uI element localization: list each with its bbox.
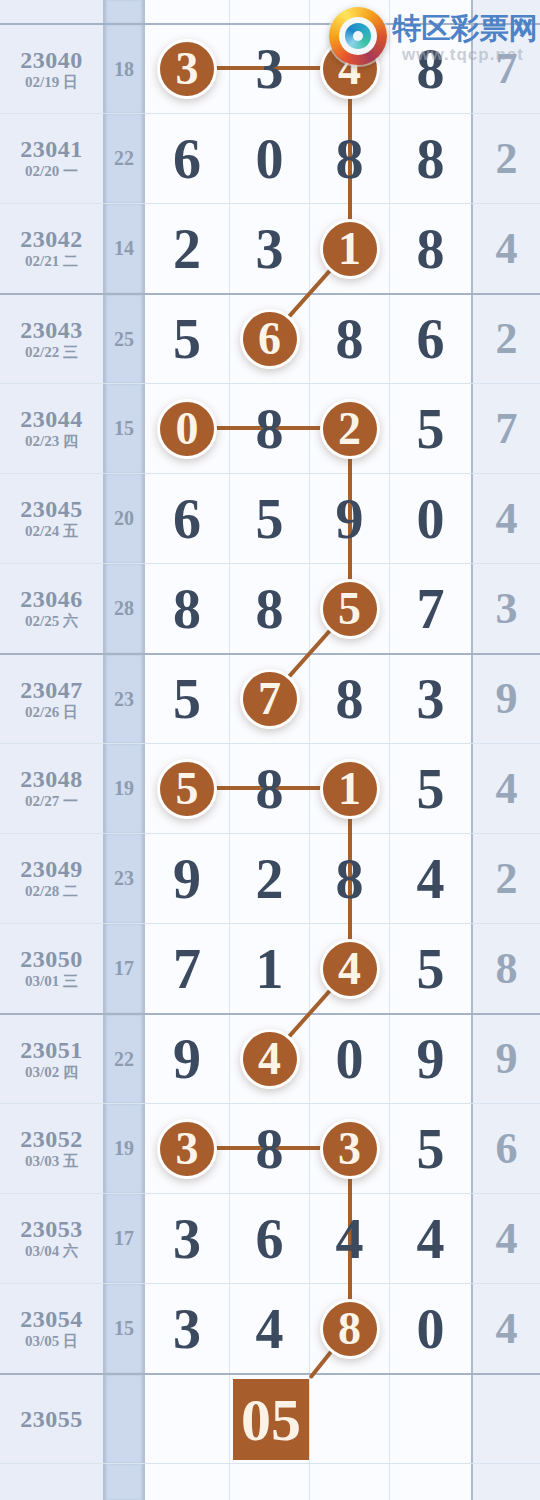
circled-digit: 4 [338,946,361,992]
sum-cell: 17 [105,924,145,1013]
chart-row-23055: 2305505 [0,1373,540,1463]
issue-number: 23049 [20,857,83,882]
sum-cell: 22 [105,1015,145,1103]
issue-number: 23043 [20,318,83,343]
issue-number: 23045 [20,497,83,522]
trend-digit-cell: 3 [145,1284,230,1373]
issue-cell [0,1464,105,1500]
trend-circle: 3 [157,1119,217,1179]
next-pick-box: 05 [233,1379,309,1460]
digit: 0 [256,131,284,187]
chart-row-23041: 2304102/20 一2260882 [0,113,540,203]
digit: 9 [336,491,364,547]
issue-number: 23041 [20,137,83,162]
issue-cell: 2304302/22 三 [0,295,105,383]
digit: 9 [173,851,201,907]
circled-digit: 4 [258,1036,281,1082]
issue-cell: 2304702/26 日 [0,655,105,743]
digit: 0 [336,1031,364,1087]
tail-cell [473,1375,540,1463]
chart-row-23051: 2305103/02 四2294099 [0,1013,540,1103]
tail-digit: 4 [496,227,518,271]
tail-cell: 4 [473,204,540,293]
sum-value: 14 [114,237,134,260]
circled-digit: 6 [258,316,281,362]
trend-digit-cell [390,1464,473,1500]
digit: 8 [256,1121,284,1177]
sum-value: 20 [114,507,134,530]
sum-cell: 14 [105,204,145,293]
draw-date: 02/22 三 [25,344,78,361]
digit: 8 [417,221,445,277]
draw-date: 02/25 六 [25,613,78,630]
trend-digit-cell: 9 [390,1015,473,1103]
trend-digit-cell [310,1464,390,1500]
issue-cell: 2304902/28 二 [0,834,105,923]
issue-number: 23055 [20,1407,83,1432]
digit: 8 [336,311,364,367]
site-watermark: www.tqcp.net [388,45,538,65]
digit: 8 [336,851,364,907]
trend-digit-cell [145,0,230,23]
issue-cell: 2305303/04 六 [0,1194,105,1283]
draw-date: 02/24 五 [25,523,78,540]
circled-digit: 7 [258,676,281,722]
digit: 7 [417,581,445,637]
trend-digit-cell: 6 [230,1194,310,1283]
chart-row-23044: 2304402/23 四1508257 [0,383,540,473]
digit: 5 [173,671,201,727]
draw-date: 02/19 日 [25,74,78,91]
tail-cell: 2 [473,114,540,203]
trend-digit-cell [230,0,310,23]
tail-cell: 4 [473,744,540,833]
lottery-trend-chart: 2304002/19 日18334872304102/20 一226088223… [0,0,540,1500]
circled-digit: 5 [176,766,199,812]
trend-digit-cell [390,1375,473,1463]
issue-cell: 23055 [0,1375,105,1463]
digit: 2 [173,221,201,277]
digit: 8 [256,761,284,817]
issue-cell: 2305403/05 日 [0,1284,105,1373]
trend-digit-cell: 05 [230,1375,310,1463]
sum-value: 18 [114,58,134,81]
issue-cell: 2304402/23 四 [0,384,105,473]
trend-digit-cell: 6 [145,114,230,203]
chart-row-23050: 2305003/01 三1771458 [0,923,540,1013]
tail-cell: 4 [473,1194,540,1283]
sum-value: 17 [114,1227,134,1250]
tail-digit: 4 [496,1307,518,1351]
tail-cell: 2 [473,295,540,383]
tail-cell: 7 [473,384,540,473]
digit: 6 [256,1211,284,1267]
draw-date: 02/27 一 [25,793,78,810]
draw-date: 03/03 五 [25,1153,78,1170]
circled-digit: 1 [338,226,361,272]
digit: 1 [256,941,284,997]
trend-digit-cell: 5 [390,1104,473,1193]
issue-cell: 2304502/24 五 [0,474,105,563]
trend-digit-cell: 5 [230,474,310,563]
digit: 8 [256,401,284,457]
digit: 3 [417,671,445,727]
digit: 4 [417,1211,445,1267]
digit: 5 [417,401,445,457]
sum-cell [105,1375,145,1463]
digit: 3 [256,221,284,277]
trend-circle: 5 [157,759,217,819]
trend-digit-cell: 6 [390,295,473,383]
site-logo[interactable]: 特区彩票网 www.tqcp.net [300,0,540,72]
tail-digit: 6 [496,1127,518,1171]
swirl-dot [353,31,363,41]
issue-cell: 2305203/03 五 [0,1104,105,1193]
chart-row-23046: 2304602/25 六2888573 [0,563,540,653]
sum-cell: 20 [105,474,145,563]
circled-digit: 3 [176,46,199,92]
tail-cell: 3 [473,564,540,653]
trend-circle: 3 [157,39,217,99]
issue-cell: 2304602/25 六 [0,564,105,653]
tail-cell: 2 [473,834,540,923]
tail-digit: 8 [496,947,518,991]
tail-digit: 9 [496,677,518,721]
tail-digit: 4 [496,1217,518,1261]
sum-value: 15 [114,1317,134,1340]
sum-value: 28 [114,597,134,620]
digit: 5 [256,491,284,547]
digit: 8 [173,581,201,637]
digit: 4 [417,851,445,907]
trend-circle: 2 [320,399,380,459]
issue-number: 23048 [20,767,83,792]
trend-circle: 6 [240,309,300,369]
issue-number: 23044 [20,407,83,432]
trend-digit-cell: 5 [390,384,473,473]
trend-digit-cell: 3 [145,1194,230,1283]
tail-digit: 4 [496,767,518,811]
trend-digit-cell: 5 [390,744,473,833]
draw-date: 03/02 四 [25,1064,78,1081]
digit: 7 [173,941,201,997]
next-pick-value: 05 [241,1390,301,1450]
sum-cell: 28 [105,564,145,653]
trend-digit-cell: 4 [230,1284,310,1373]
site-name: 特区彩票网 [392,13,538,44]
trend-digit-cell: 2 [145,204,230,293]
trend-digit-cell: 0 [390,1284,473,1373]
chart-row-23049: 2304902/28 二2392842 [0,833,540,923]
trend-circle: 4 [240,1029,300,1089]
trend-circle: 8 [320,1299,380,1359]
tail-cell: 4 [473,1284,540,1373]
digit: 4 [336,1211,364,1267]
trend-digit-cell: 8 [310,295,390,383]
circled-digit: 2 [338,406,361,452]
tail-cell: 9 [473,655,540,743]
circled-digit: 3 [338,1126,361,1172]
draw-date: 03/05 日 [25,1333,78,1350]
digit: 8 [336,131,364,187]
issue-cell: 2305003/01 三 [0,924,105,1013]
trend-digit-cell: 9 [145,1015,230,1103]
tail-digit: 2 [496,137,518,181]
chart-row-23048: 2304802/27 一1958154 [0,743,540,833]
trend-digit-cell: 9 [145,834,230,923]
circled-digit: 0 [176,406,199,452]
tail-digit: 7 [496,407,518,451]
digit: 2 [256,851,284,907]
draw-date: 02/20 一 [25,163,78,180]
digit: 9 [173,1031,201,1087]
issue-cell: 2304002/19 日 [0,25,105,113]
trend-digit-cell: 3 [230,204,310,293]
trend-digit-cell: 8 [310,655,390,743]
tail-cell: 8 [473,924,540,1013]
digit: 6 [417,311,445,367]
issue-number: 23050 [20,947,83,972]
trend-digit-cell [145,1464,230,1500]
trend-digit-cell: 5 [390,924,473,1013]
circled-digit: 1 [338,766,361,812]
trend-digit-cell [145,1375,230,1463]
draw-date: 03/04 六 [25,1243,78,1260]
tail-cell: 9 [473,1015,540,1103]
sum-value: 22 [114,1048,134,1071]
trend-digit-cell: 4 [390,1194,473,1283]
trend-digit-cell: 3 [390,655,473,743]
trend-circle: 7 [240,669,300,729]
chart-row-23042: 2304202/21 二1423184 [0,203,540,293]
chart-row-23052: 2305203/03 五1938356 [0,1103,540,1193]
digit: 5 [417,761,445,817]
trend-digit-cell: 6 [145,474,230,563]
trend-digit-cell: 5 [145,655,230,743]
tail-cell: 6 [473,1104,540,1193]
issue-number: 23046 [20,587,83,612]
digit: 3 [256,41,284,97]
digit: 0 [417,491,445,547]
digit: 8 [256,581,284,637]
trend-circle: 5 [320,579,380,639]
sum-value: 19 [114,1137,134,1160]
tail-digit: 9 [496,1037,518,1081]
sum-cell: 23 [105,834,145,923]
chart-row-23045: 2304502/24 五2065904 [0,473,540,563]
trend-digit-cell: 8 [230,564,310,653]
circled-digit: 5 [338,586,361,632]
sum-value: 17 [114,957,134,980]
trend-circle: 3 [320,1119,380,1179]
digit: 0 [417,1301,445,1357]
sum-cell: 23 [105,655,145,743]
sum-cell [105,1464,145,1500]
sum-cell: 18 [105,25,145,113]
trend-digit-cell [230,1464,310,1500]
sum-value: 19 [114,777,134,800]
trend-circle: 0 [157,399,217,459]
trend-digit-cell: 8 [390,114,473,203]
tail-cell [473,1464,540,1500]
partial-row-bottom [0,1463,540,1500]
draw-date: 02/26 日 [25,704,78,721]
digit: 5 [417,1121,445,1177]
tail-cell: 4 [473,474,540,563]
issue-number: 23053 [20,1217,83,1242]
trend-digit-cell: 2 [230,834,310,923]
chart-row-23053: 2305303/04 六1736444 [0,1193,540,1283]
sum-value: 23 [114,688,134,711]
trend-digit-cell: 8 [145,564,230,653]
trend-digit-cell: 4 [390,834,473,923]
sum-cell: 17 [105,1194,145,1283]
issue-cell: 2305103/02 四 [0,1015,105,1103]
trend-circle: 4 [320,939,380,999]
digit: 3 [173,1301,201,1357]
trend-digit-cell [310,1375,390,1463]
digit: 4 [256,1301,284,1357]
trend-digit-cell: 0 [310,1015,390,1103]
trend-digit-cell: 8 [390,204,473,293]
trend-circle: 1 [320,219,380,279]
issue-cell: 2304102/20 一 [0,114,105,203]
draw-date: 02/21 二 [25,253,78,270]
sum-value: 23 [114,867,134,890]
issue-number: 23051 [20,1038,83,1063]
digit: 3 [173,1211,201,1267]
trend-digit-cell: 1 [230,924,310,1013]
digit: 8 [417,131,445,187]
issue-number: 23040 [20,48,83,73]
digit: 5 [173,311,201,367]
digit: 6 [173,491,201,547]
sum-cell: 19 [105,744,145,833]
issue-cell: 2304802/27 一 [0,744,105,833]
draw-date: 02/23 四 [25,433,78,450]
draw-date: 02/28 二 [25,883,78,900]
sum-cell [105,0,145,23]
sum-cell: 22 [105,114,145,203]
sum-cell: 15 [105,384,145,473]
digit: 9 [417,1031,445,1087]
sum-cell: 19 [105,1104,145,1193]
trend-digit-cell: 5 [145,295,230,383]
sum-value: 15 [114,417,134,440]
lollipop-swirl-icon [329,7,387,65]
trend-digit-cell: 7 [145,924,230,1013]
tail-digit: 4 [496,497,518,541]
chart-row-23043: 2304302/22 三2556862 [0,293,540,383]
issue-cell: 2304202/21 二 [0,204,105,293]
chart-row-23054: 2305403/05 日1534804 [0,1283,540,1373]
issue-number: 23042 [20,227,83,252]
digit: 5 [417,941,445,997]
issue-number: 23052 [20,1127,83,1152]
issue-cell [0,0,105,23]
chart-row-23047: 2304702/26 日2357839 [0,653,540,743]
draw-date: 03/01 三 [25,973,78,990]
digit: 8 [336,671,364,727]
circled-digit: 3 [176,1126,199,1172]
sum-cell: 15 [105,1284,145,1373]
digit: 6 [173,131,201,187]
issue-number: 23054 [20,1307,83,1332]
trend-digit-cell: 7 [390,564,473,653]
tail-digit: 3 [496,587,518,631]
circled-digit: 8 [338,1306,361,1352]
trend-digit-cell: 0 [230,114,310,203]
sum-value: 22 [114,147,134,170]
trend-digit-cell: 0 [390,474,473,563]
trend-circle: 1 [320,759,380,819]
issue-number: 23047 [20,678,83,703]
tail-digit: 2 [496,857,518,901]
tail-digit: 2 [496,317,518,361]
sum-cell: 25 [105,295,145,383]
sum-value: 25 [114,328,134,351]
